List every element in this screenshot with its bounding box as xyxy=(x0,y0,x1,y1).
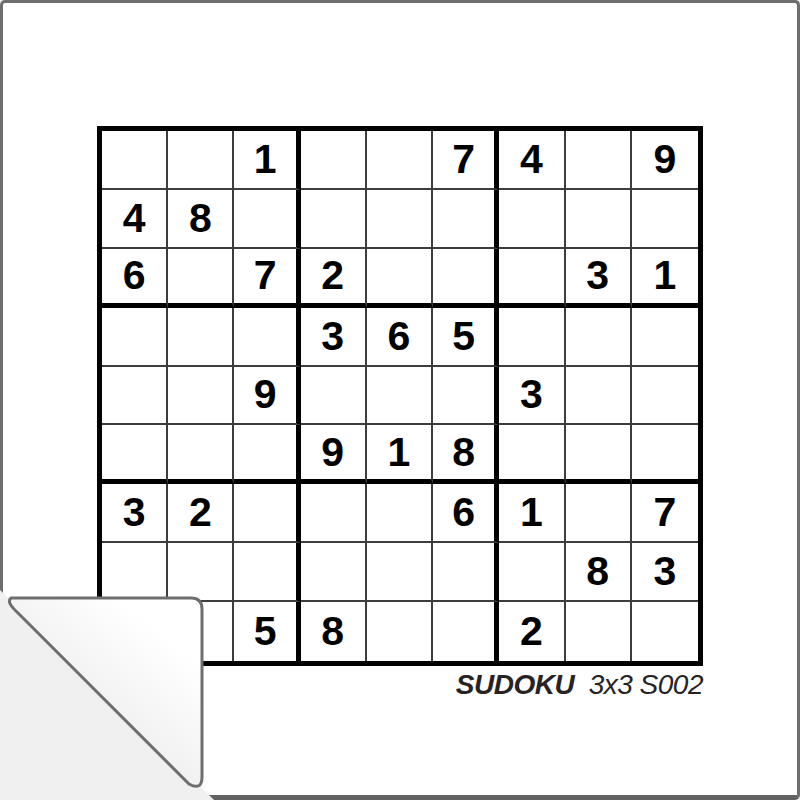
cell-r2c8 xyxy=(566,190,632,249)
caption-meta: 3x3 S002 xyxy=(581,669,703,700)
cell-r9c3: 5 xyxy=(234,602,300,661)
cell-r8c5 xyxy=(367,543,433,602)
cell-r1c1 xyxy=(102,131,168,190)
cell-r4c2 xyxy=(168,308,234,367)
cell-r3c4: 2 xyxy=(301,249,367,308)
cell-r4c5: 6 xyxy=(367,308,433,367)
cell-r5c7: 3 xyxy=(499,367,565,426)
cell-r3c3: 7 xyxy=(234,249,300,308)
cell-r2c2: 8 xyxy=(168,190,234,249)
cell-r4c8 xyxy=(566,308,632,367)
cell-r2c3 xyxy=(234,190,300,249)
cell-r4c9 xyxy=(632,308,698,367)
cell-r7c2: 2 xyxy=(168,484,234,543)
cell-r6c3 xyxy=(234,425,300,484)
cell-r6c7 xyxy=(499,425,565,484)
cell-r5c5 xyxy=(367,367,433,426)
cell-r8c8: 8 xyxy=(566,543,632,602)
cell-r8c3 xyxy=(234,543,300,602)
cell-r5c9 xyxy=(632,367,698,426)
cell-r6c9 xyxy=(632,425,698,484)
cell-r5c8 xyxy=(566,367,632,426)
cell-r4c4: 3 xyxy=(301,308,367,367)
folded-corner-shape xyxy=(9,598,202,786)
cell-r3c1: 6 xyxy=(102,249,168,308)
cell-r1c9: 9 xyxy=(632,131,698,190)
cell-r1c6: 7 xyxy=(433,131,499,190)
cell-r7c8 xyxy=(566,484,632,543)
cell-r7c1: 3 xyxy=(102,484,168,543)
cell-r8c4 xyxy=(301,543,367,602)
cell-r5c3: 9 xyxy=(234,367,300,426)
cell-r7c7: 1 xyxy=(499,484,565,543)
cell-r2c6 xyxy=(433,190,499,249)
cell-r1c4 xyxy=(301,131,367,190)
cell-r8c6 xyxy=(433,543,499,602)
cell-r4c7 xyxy=(499,308,565,367)
puzzle-sheet: 17494867231365939183261783582 SUDOKU 3x3… xyxy=(0,0,800,800)
cell-r4c6: 5 xyxy=(433,308,499,367)
cell-r1c3: 1 xyxy=(234,131,300,190)
cell-r3c7 xyxy=(499,249,565,308)
cell-r4c1 xyxy=(102,308,168,367)
cell-r9c4: 8 xyxy=(301,602,367,661)
cell-r7c5 xyxy=(367,484,433,543)
cell-r7c4 xyxy=(301,484,367,543)
cell-r9c6 xyxy=(433,602,499,661)
cell-r7c9: 7 xyxy=(632,484,698,543)
cell-r3c8: 3 xyxy=(566,249,632,308)
cell-r3c9: 1 xyxy=(632,249,698,308)
cell-r4c3 xyxy=(234,308,300,367)
cell-r6c8 xyxy=(566,425,632,484)
cell-r1c2 xyxy=(168,131,234,190)
cell-r2c7 xyxy=(499,190,565,249)
caption-title: SUDOKU xyxy=(456,669,574,700)
cell-r9c8 xyxy=(566,602,632,661)
cell-r2c4 xyxy=(301,190,367,249)
cell-r6c5: 1 xyxy=(367,425,433,484)
cell-r6c6: 8 xyxy=(433,425,499,484)
cell-r2c9 xyxy=(632,190,698,249)
cell-r6c4: 9 xyxy=(301,425,367,484)
cell-r8c7 xyxy=(499,543,565,602)
cell-r1c7: 4 xyxy=(499,131,565,190)
cell-r9c9 xyxy=(632,602,698,661)
cell-r5c6 xyxy=(433,367,499,426)
cell-r1c5 xyxy=(367,131,433,190)
cell-r9c7: 2 xyxy=(499,602,565,661)
cell-r5c2 xyxy=(168,367,234,426)
cell-r3c5 xyxy=(367,249,433,308)
cell-r6c1 xyxy=(102,425,168,484)
cell-r7c3 xyxy=(234,484,300,543)
cell-r5c1 xyxy=(102,367,168,426)
cell-r2c1: 4 xyxy=(102,190,168,249)
caption: SUDOKU 3x3 S002 xyxy=(456,669,703,701)
cell-r5c4 xyxy=(301,367,367,426)
cell-r7c6: 6 xyxy=(433,484,499,543)
cell-r3c2 xyxy=(168,249,234,308)
cell-r2c5 xyxy=(367,190,433,249)
cell-r3c6 xyxy=(433,249,499,308)
folded-corner xyxy=(0,588,212,800)
cell-r8c9: 3 xyxy=(632,543,698,602)
cell-r6c2 xyxy=(168,425,234,484)
cell-r9c5 xyxy=(367,602,433,661)
cell-r1c8 xyxy=(566,131,632,190)
sudoku-grid: 17494867231365939183261783582 xyxy=(97,126,703,666)
